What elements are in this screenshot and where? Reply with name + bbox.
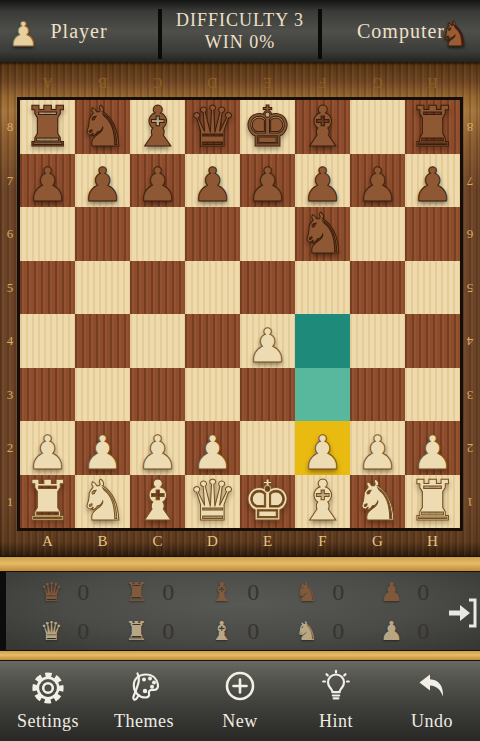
square-h1[interactable]: ♜ <box>405 475 460 529</box>
square-f7[interactable]: ♟ <box>295 154 350 208</box>
square-c4[interactable] <box>130 314 185 368</box>
computer-label: Computer <box>357 20 445 43</box>
coord-label: B <box>75 70 130 94</box>
black-queen-tray-icon: ♛ <box>40 579 63 605</box>
square-c2[interactable]: ♟ <box>130 421 185 475</box>
gear-icon <box>29 669 67 707</box>
white-rook-tray-icon: ♜ <box>125 618 148 644</box>
square-a6[interactable] <box>20 207 75 261</box>
coord-label: 5 <box>460 261 480 315</box>
captured-group-black-queen: ♛0 <box>22 572 107 611</box>
square-g6[interactable] <box>350 207 405 261</box>
square-h8[interactable]: ♜ <box>405 100 460 154</box>
square-f3[interactable] <box>295 368 350 422</box>
square-a8[interactable]: ♜ <box>20 100 75 154</box>
coord-label: 7 <box>460 154 480 208</box>
captured-group-black-knight: ♞0 <box>277 572 362 611</box>
square-b1[interactable]: ♞ <box>75 475 130 529</box>
coord-label: E <box>240 70 295 94</box>
white-rook-a1[interactable]: ♜ <box>20 473 75 529</box>
arrow-into-tray-icon <box>448 596 478 630</box>
captured-count-black-knight: 0 <box>332 580 344 604</box>
captured-count-white-knight: 0 <box>332 619 344 643</box>
black-pawn-a7[interactable]: ♟ <box>20 161 75 208</box>
square-h6[interactable] <box>405 207 460 261</box>
square-d5[interactable] <box>185 261 240 315</box>
white-bishop-f1[interactable]: ♝ <box>295 473 350 529</box>
coord-label: 6 <box>460 207 480 261</box>
rank-labels-right: 87654321 <box>460 100 480 528</box>
black-rook-tray-icon: ♜ <box>125 579 148 605</box>
coord-label: 1 <box>460 475 480 529</box>
win-percent-label: WIN 0% <box>205 32 275 53</box>
black-pawn-b7[interactable]: ♟ <box>75 161 130 208</box>
square-e6[interactable] <box>240 207 295 261</box>
gold-strip-bottom <box>0 650 480 661</box>
square-h3[interactable] <box>405 368 460 422</box>
black-bishop-tray-icon: ♝ <box>210 579 233 605</box>
square-g8[interactable] <box>350 100 405 154</box>
black-pawn-d7[interactable]: ♟ <box>185 161 240 208</box>
undo-button[interactable]: Undo <box>384 661 480 741</box>
difficulty-label: DIFFICULTY 3 <box>176 10 304 31</box>
player-label: Player <box>50 20 107 43</box>
square-a1[interactable]: ♜ <box>20 475 75 529</box>
square-e4[interactable]: ♟ <box>240 314 295 368</box>
coord-label: H <box>405 70 460 94</box>
square-g2[interactable]: ♟ <box>350 421 405 475</box>
square-b6[interactable] <box>75 207 130 261</box>
square-d1[interactable]: ♛ <box>185 475 240 529</box>
square-d7[interactable]: ♟ <box>185 154 240 208</box>
square-a4[interactable] <box>20 314 75 368</box>
coord-label: 3 <box>460 368 480 422</box>
black-pawn-c7[interactable]: ♟ <box>130 161 185 208</box>
coord-label: F <box>295 70 350 94</box>
square-h4[interactable] <box>405 314 460 368</box>
square-c1[interactable]: ♝ <box>130 475 185 529</box>
captured-group-black-rook: ♜0 <box>107 572 192 611</box>
square-f5[interactable] <box>295 261 350 315</box>
black-bishop-f8[interactable]: ♝ <box>295 99 350 155</box>
square-d2[interactable]: ♟ <box>185 421 240 475</box>
square-f4[interactable] <box>295 314 350 368</box>
square-e7[interactable]: ♟ <box>240 154 295 208</box>
header-bar: ♟ Player DIFFICULTY 3 WIN 0% Computer ♞ <box>0 0 480 62</box>
square-f2[interactable]: ♟ <box>295 421 350 475</box>
square-e1[interactable]: ♚ <box>240 475 295 529</box>
square-e3[interactable] <box>240 368 295 422</box>
coord-label: G <box>350 70 405 94</box>
tray-expand-button[interactable] <box>448 596 478 630</box>
file-labels-top: ABCDEFGH <box>20 70 460 94</box>
white-queen-tray-icon: ♛ <box>40 618 63 644</box>
white-knight-tray-icon: ♞ <box>295 618 318 644</box>
captured-group-white-queen: ♛0 <box>22 611 107 650</box>
white-pawn-tray-icon: ♟ <box>380 618 403 644</box>
captured-count-white-bishop: 0 <box>247 619 259 643</box>
square-b5[interactable] <box>75 261 130 315</box>
white-knight-b1[interactable]: ♞ <box>75 473 130 529</box>
square-b7[interactable]: ♟ <box>75 154 130 208</box>
captured-group-white-pawn: ♟0 <box>362 611 447 650</box>
square-c5[interactable] <box>130 261 185 315</box>
square-a3[interactable] <box>20 368 75 422</box>
square-a2[interactable]: ♟ <box>20 421 75 475</box>
black-knight-icon: ♞ <box>440 17 470 51</box>
undo-arrow-icon <box>413 669 451 707</box>
black-knight-tray-icon: ♞ <box>295 579 318 605</box>
captured-count-white-queen: 0 <box>77 619 89 643</box>
palette-icon <box>125 669 163 707</box>
player-section: ♟ Player <box>0 0 158 62</box>
coord-label: 8 <box>460 100 480 154</box>
square-c8[interactable]: ♝ <box>130 100 185 154</box>
square-e5[interactable] <box>240 261 295 315</box>
black-queen-d8[interactable]: ♛ <box>185 99 240 155</box>
black-pawn-tray-icon: ♟ <box>380 579 403 605</box>
coord-label: 2 <box>460 421 480 475</box>
lightbulb-icon <box>317 669 355 707</box>
square-d6[interactable] <box>185 207 240 261</box>
square-h7[interactable]: ♟ <box>405 154 460 208</box>
captured-group-white-knight: ♞0 <box>277 611 362 650</box>
captured-group-white-bishop: ♝0 <box>192 611 277 650</box>
board-squares: ♜♞♝♛♚♝♜♟♟♟♟♟♟♟♟♞♟♟♟♟♟♟♟♟♜♞♝♛♚♝♞♜ <box>17 97 463 531</box>
black-knight-b8[interactable]: ♞ <box>75 99 130 155</box>
square-h5[interactable] <box>405 261 460 315</box>
black-rook-h8[interactable]: ♜ <box>405 99 460 155</box>
captured-count-white-pawn: 0 <box>417 619 429 643</box>
square-c6[interactable] <box>130 207 185 261</box>
plus-circle-icon <box>221 669 259 707</box>
square-e2[interactable] <box>240 421 295 475</box>
square-c3[interactable] <box>130 368 185 422</box>
captured-group-black-pawn: ♟0 <box>362 572 447 611</box>
black-king-e8[interactable]: ♚ <box>240 99 295 155</box>
square-b2[interactable]: ♟ <box>75 421 130 475</box>
white-rook-h1[interactable]: ♜ <box>405 473 460 529</box>
tray-row-white: ♛0♜0♝0♞0♟0 <box>12 611 442 650</box>
square-d8[interactable]: ♛ <box>185 100 240 154</box>
black-pawn-h7[interactable]: ♟ <box>405 161 460 208</box>
settings-label: Settings <box>17 711 79 732</box>
hint-label: Hint <box>319 711 353 732</box>
coord-label: 4 <box>460 314 480 368</box>
captured-count-black-rook: 0 <box>162 580 174 604</box>
black-pawn-g7[interactable]: ♟ <box>350 161 405 208</box>
square-f6[interactable]: ♞ <box>295 207 350 261</box>
square-b3[interactable] <box>75 368 130 422</box>
square-g4[interactable] <box>350 314 405 368</box>
captured-count-black-queen: 0 <box>77 580 89 604</box>
square-d4[interactable] <box>185 314 240 368</box>
difficulty-section: DIFFICULTY 3 WIN 0% <box>162 0 318 62</box>
tray-row-black: ♛0♜0♝0♞0♟0 <box>12 572 442 611</box>
black-rook-a8[interactable]: ♜ <box>20 99 75 155</box>
gold-strip-top <box>0 556 480 572</box>
board-frame: ABCDEFGH 87654321 87654321 ABCDEFGH ♜♞♝♛… <box>0 62 480 556</box>
captured-count-black-bishop: 0 <box>247 580 259 604</box>
square-b8[interactable]: ♞ <box>75 100 130 154</box>
white-king-e1[interactable]: ♚ <box>240 473 295 529</box>
captured-count-black-pawn: 0 <box>417 580 429 604</box>
square-g7[interactable]: ♟ <box>350 154 405 208</box>
new-label: New <box>222 711 258 732</box>
black-pawn-e7[interactable]: ♟ <box>240 161 295 208</box>
computer-section: Computer ♞ <box>322 0 480 62</box>
undo-label: Undo <box>411 711 453 732</box>
coord-label: C <box>130 70 185 94</box>
black-knight-f6[interactable]: ♞ <box>295 206 350 262</box>
captured-group-white-rook: ♜0 <box>107 611 192 650</box>
chess-app-screen: ♟ Player DIFFICULTY 3 WIN 0% Computer ♞ … <box>0 0 480 741</box>
white-pawn-e4[interactable]: ♟ <box>240 322 295 369</box>
settings-button[interactable]: Settings <box>0 661 96 741</box>
coord-label: A <box>20 70 75 94</box>
square-g3[interactable] <box>350 368 405 422</box>
white-pawn-icon: ♟ <box>8 17 38 51</box>
bottom-toolbar: Settings Themes <box>0 661 480 741</box>
square-b4[interactable] <box>75 314 130 368</box>
white-knight-g1[interactable]: ♞ <box>350 473 405 529</box>
square-f1[interactable]: ♝ <box>295 475 350 529</box>
square-h2[interactable]: ♟ <box>405 421 460 475</box>
captured-tray-panel: ♛0♜0♝0♞0♟0 ♛0♜0♝0♞0♟0 <box>0 572 480 650</box>
themes-button[interactable]: Themes <box>96 661 192 741</box>
white-bishop-tray-icon: ♝ <box>210 618 233 644</box>
square-g5[interactable] <box>350 261 405 315</box>
captured-tray: ♛0♜0♝0♞0♟0 ♛0♜0♝0♞0♟0 <box>0 556 480 661</box>
black-bishop-c8[interactable]: ♝ <box>130 99 185 155</box>
square-d3[interactable] <box>185 368 240 422</box>
themes-label: Themes <box>114 711 174 732</box>
hint-button[interactable]: Hint <box>288 661 384 741</box>
coord-label: D <box>185 70 240 94</box>
square-a5[interactable] <box>20 261 75 315</box>
square-e8[interactable]: ♚ <box>240 100 295 154</box>
captured-count-white-rook: 0 <box>162 619 174 643</box>
white-queen-d1[interactable]: ♛ <box>185 473 240 529</box>
captured-group-black-bishop: ♝0 <box>192 572 277 611</box>
square-c7[interactable]: ♟ <box>130 154 185 208</box>
square-g1[interactable]: ♞ <box>350 475 405 529</box>
square-a7[interactable]: ♟ <box>20 154 75 208</box>
new-game-button[interactable]: New <box>192 661 288 741</box>
square-f8[interactable]: ♝ <box>295 100 350 154</box>
white-bishop-c1[interactable]: ♝ <box>130 473 185 529</box>
